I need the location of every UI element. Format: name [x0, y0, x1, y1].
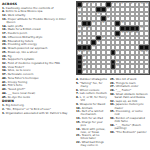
cell-number: 6 — [121, 3, 122, 5]
clue-text: Organization associated with St. Patrick… — [6, 111, 68, 115]
cell-number: 41 — [83, 61, 85, 63]
cell-number: 14 — [78, 13, 80, 15]
cell-number: 1 — [83, 3, 84, 5]
clue-number: 3. — [2, 111, 5, 115]
cell-number: 45 — [83, 70, 85, 72]
cell-number: 21 — [83, 27, 85, 29]
cell-number: 2 — [88, 3, 89, 5]
across-clue-list: 1. Cautiously examine the contents of4. … — [2, 7, 72, 99]
cell-number: 18 — [102, 22, 104, 24]
cell-number: 22 — [88, 27, 90, 29]
cell-number: 38 — [141, 51, 143, 53]
clue-item: 25. Blows up, like a wheel — [2, 51, 72, 54]
cell-number: 7 — [126, 3, 127, 5]
cell-number: 20 — [78, 27, 80, 29]
clue-number: 39. — [110, 130, 115, 134]
cell-number: 34 — [78, 51, 80, 53]
cell-number: 44 — [117, 65, 119, 67]
cell-number: 25 — [121, 32, 123, 34]
cell-number: 17 — [93, 22, 95, 24]
cell-number: 32 — [97, 41, 99, 43]
cell-number: 19 — [121, 22, 123, 24]
cell-number: 37 — [117, 51, 119, 53]
across-clue-column: ACROSS 1. Cautiously examine the content… — [2, 1, 72, 115]
cell-number: 35 — [83, 51, 85, 53]
clue-text: Re-dye the locks — [8, 95, 30, 99]
cell-number: 24 — [78, 32, 80, 34]
down-clue-list-right: 25. Wee bit of work26. Things to learn27… — [110, 78, 148, 134]
cell-number: 9 — [136, 3, 137, 5]
clue-text: What bad things may come in — [81, 140, 104, 147]
cell-number: 43 — [83, 65, 85, 67]
cell-number: 40 — [83, 56, 85, 58]
down-clue-list-middle: 4. Outdoor stratagems5. "Taming" foe, fo… — [76, 78, 107, 147]
clue-number: 45. — [2, 95, 7, 99]
cell-number: 5 — [117, 3, 118, 5]
cell-number: 3 — [93, 3, 94, 5]
cell-number: 11 — [145, 3, 147, 5]
clue-item: 22. What bad things may come in — [76, 141, 107, 147]
cell-number: 27 — [131, 32, 133, 34]
cell-number: 26 — [126, 32, 128, 34]
cell-number: 12 — [78, 8, 80, 10]
cell-number: 8 — [131, 3, 132, 5]
clue-item: 45. Re-dye the locks — [2, 96, 72, 99]
cell-number: 13 — [107, 8, 109, 10]
cell-number: 28 — [136, 32, 138, 34]
clue-item: 3. Organization associated with St. Patr… — [2, 112, 72, 115]
cell-number: 39 — [145, 51, 147, 53]
clue-number: 5. — [76, 81, 79, 85]
cell-number: 31 — [78, 41, 80, 43]
cell-number: 42 — [117, 61, 119, 63]
down-clue-list-left: 1. Big-ticket org.2. "Me, Emperor" or "A… — [2, 104, 72, 115]
cell-number: 15 — [97, 13, 99, 15]
cell-number: 16 — [107, 17, 109, 19]
cell-number: 23 — [141, 27, 143, 29]
clue-number: 8. — [76, 95, 79, 99]
clue-item: 39. "The Bedroom" painter — [110, 131, 148, 134]
crossword-grid: 1234567891011121314151617181920212223242… — [76, 1, 150, 75]
down-clue-column-middle: 4. Outdoor stratagems5. "Taming" foe, fo… — [76, 78, 107, 148]
cell-number: 36 — [88, 51, 90, 53]
cell-number: 29 — [102, 37, 104, 39]
grid-cell[interactable] — [144, 69, 149, 74]
cell-number: 4 — [112, 3, 113, 5]
clue-text: "The Bedroom" painter — [116, 130, 147, 134]
cell-number: 33 — [93, 46, 95, 48]
cell-number: 30 — [117, 37, 119, 39]
down-clue-column-right: 25. Wee bit of work26. Things to learn27… — [110, 78, 148, 134]
cell-number: 10 — [141, 3, 143, 5]
